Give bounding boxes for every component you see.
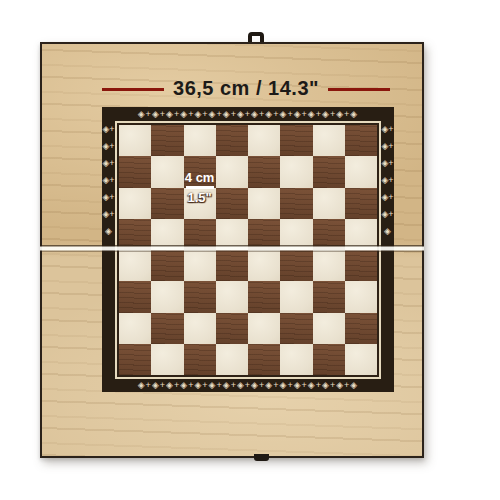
width-annotation: 36,5 cm / 14.3" (100, 74, 392, 102)
square-c1 (184, 344, 216, 375)
square-e2 (248, 313, 280, 344)
square-b1 (151, 344, 183, 375)
square-f3 (280, 281, 312, 312)
square-f1 (280, 344, 312, 375)
square-f6 (280, 188, 312, 219)
square-d6 (216, 188, 248, 219)
square-e8 (248, 125, 280, 156)
square-d1 (216, 344, 248, 375)
square-e7 (248, 156, 280, 187)
square-e4 (248, 250, 280, 281)
square-a1 (119, 344, 151, 375)
square-d7 (216, 156, 248, 187)
dimension-line-left (102, 88, 164, 91)
square-a2 (119, 313, 151, 344)
square-g4 (313, 250, 345, 281)
square-f8 (280, 125, 312, 156)
square-a7 (119, 156, 151, 187)
clasp-pin-icon (254, 454, 269, 461)
square-a3 (119, 281, 151, 312)
square-b7 (151, 156, 183, 187)
square-e3 (248, 281, 280, 312)
square-a4 (119, 250, 151, 281)
square-c2 (184, 313, 216, 344)
square-b3 (151, 281, 183, 312)
square-g1 (313, 344, 345, 375)
square-g8 (313, 125, 345, 156)
square-f7 (280, 156, 312, 187)
square-h2 (345, 313, 377, 344)
square-e1 (248, 344, 280, 375)
dimension-line-right (328, 88, 390, 91)
mosaic-border-bottom: ◈+◈+◈+◈+◈+◈+◈+◈+◈+◈+◈+◈+◈+◈+◈+◈ (102, 379, 394, 392)
square-b6 (151, 188, 183, 219)
square-g7 (313, 156, 345, 187)
measurement-underline (186, 186, 214, 189)
fold-seam (40, 245, 424, 252)
square-size-cm-label: 4 cm (184, 156, 216, 187)
square-h6 (345, 188, 377, 219)
square-c8 (184, 125, 216, 156)
square-d3 (216, 281, 248, 312)
mosaic-border-top: ◈+◈+◈+◈+◈+◈+◈+◈+◈+◈+◈+◈+◈+◈+◈+◈ (102, 107, 394, 121)
square-h7 (345, 156, 377, 187)
board-width-label: 36,5 cm / 14.3" (173, 77, 319, 100)
product-photo: 36,5 cm / 14.3" ◈+◈+◈+◈+◈+◈+◈+◈+◈+◈+◈+◈+… (0, 0, 500, 500)
square-a6 (119, 188, 151, 219)
square-g2 (313, 313, 345, 344)
wooden-chess-case: 36,5 cm / 14.3" ◈+◈+◈+◈+◈+◈+◈+◈+◈+◈+◈+◈+… (40, 42, 424, 458)
square-g3 (313, 281, 345, 312)
square-e6 (248, 188, 280, 219)
square-h4 (345, 250, 377, 281)
square-b8 (151, 125, 183, 156)
square-c3 (184, 281, 216, 312)
square-d4 (216, 250, 248, 281)
square-h1 (345, 344, 377, 375)
square-h3 (345, 281, 377, 312)
square-f2 (280, 313, 312, 344)
square-a8 (119, 125, 151, 156)
square-g6 (313, 188, 345, 219)
square-d8 (216, 125, 248, 156)
square-b2 (151, 313, 183, 344)
square-d2 (216, 313, 248, 344)
square-h8 (345, 125, 377, 156)
square-b4 (151, 250, 183, 281)
square-size-inch-label: 1.5" (184, 188, 216, 219)
square-c4 (184, 250, 216, 281)
square-f4 (280, 250, 312, 281)
